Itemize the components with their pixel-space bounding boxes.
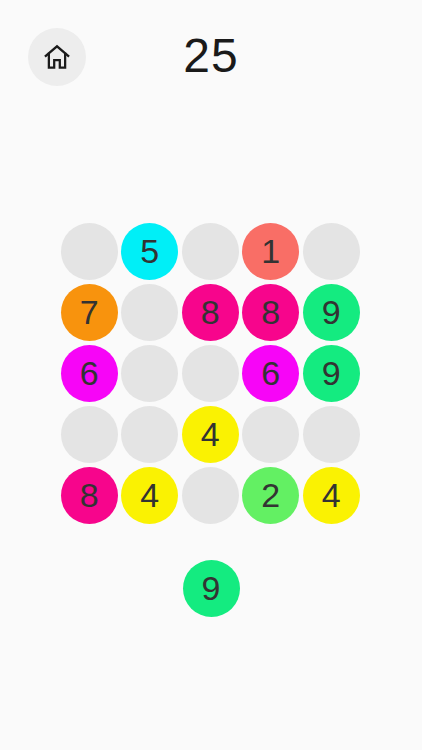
empty-slot <box>121 284 178 341</box>
board-cell <box>241 404 302 465</box>
empty-slot <box>303 406 360 463</box>
board-cell <box>59 404 120 465</box>
board-cell <box>120 343 181 404</box>
ball-6[interactable]: 6 <box>61 345 118 402</box>
board-cell <box>180 343 241 404</box>
ball-9[interactable]: 9 <box>303 284 360 341</box>
empty-slot <box>182 345 239 402</box>
empty-slot <box>182 467 239 524</box>
board-cell: 8 <box>180 282 241 343</box>
empty-slot <box>121 345 178 402</box>
board-cell: 8 <box>59 465 120 526</box>
board-cell <box>120 282 181 343</box>
ball-5[interactable]: 5 <box>121 223 178 280</box>
ball-7[interactable]: 7 <box>61 284 118 341</box>
next-ball[interactable]: 9 <box>183 560 240 617</box>
empty-slot <box>61 223 118 280</box>
board-cell: 6 <box>59 343 120 404</box>
empty-slot <box>182 223 239 280</box>
board-cell: 1 <box>241 221 302 282</box>
game-screen: 25 51788966948424 9 <box>0 0 422 750</box>
board-cell: 8 <box>241 282 302 343</box>
ball-8[interactable]: 8 <box>61 467 118 524</box>
board-cell: 5 <box>120 221 181 282</box>
ball-6[interactable]: 6 <box>242 345 299 402</box>
empty-slot <box>303 223 360 280</box>
empty-slot <box>242 406 299 463</box>
board-cell <box>180 221 241 282</box>
ball-2[interactable]: 2 <box>242 467 299 524</box>
board-cell <box>59 221 120 282</box>
board-cell <box>120 404 181 465</box>
board-cell: 4 <box>120 465 181 526</box>
ball-8[interactable]: 8 <box>182 284 239 341</box>
board-cell: 4 <box>180 404 241 465</box>
board-cell <box>301 221 362 282</box>
ball-9[interactable]: 9 <box>303 345 360 402</box>
game-board: 51788966948424 <box>59 221 362 526</box>
board-cell <box>301 404 362 465</box>
ball-4[interactable]: 4 <box>303 467 360 524</box>
board-cell: 9 <box>301 343 362 404</box>
board-cell: 7 <box>59 282 120 343</box>
next-piece: 9 <box>182 559 240 617</box>
ball-1[interactable]: 1 <box>242 223 299 280</box>
ball-8[interactable]: 8 <box>242 284 299 341</box>
empty-slot <box>121 406 178 463</box>
home-button[interactable] <box>28 28 86 86</box>
ball-4[interactable]: 4 <box>182 406 239 463</box>
home-icon <box>41 41 73 73</box>
board-cell: 4 <box>301 465 362 526</box>
ball-4[interactable]: 4 <box>121 467 178 524</box>
board-cell: 2 <box>241 465 302 526</box>
board-cell: 6 <box>241 343 302 404</box>
empty-slot <box>61 406 118 463</box>
board-cell: 9 <box>301 282 362 343</box>
board-cell <box>180 465 241 526</box>
